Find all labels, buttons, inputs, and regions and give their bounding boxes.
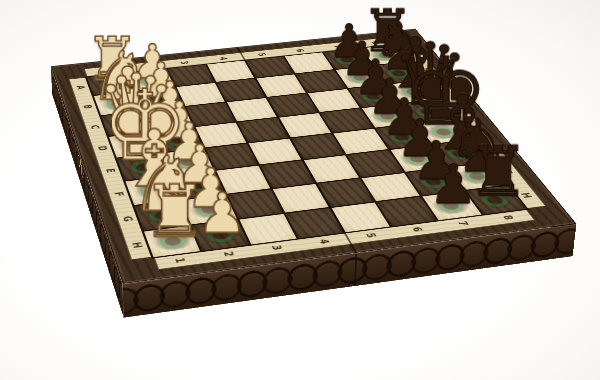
piece-glyph: ♜	[142, 179, 206, 245]
piece-black-pawn-h7[interactable]: ♟	[419, 155, 488, 209]
piece-glyph: ♟	[429, 160, 478, 210]
chess-set: ABCDEFGH ABCDEFGH 12345678 12345678 ♜♟♟♜…	[51, 29, 577, 284]
fold-seam-side	[354, 254, 358, 286]
piece-white-rook-h1[interactable]: ♜	[139, 173, 211, 245]
photo-background: ABCDEFGH ABCDEFGH 12345678 12345678 ♜♟♟♜…	[0, 0, 600, 380]
